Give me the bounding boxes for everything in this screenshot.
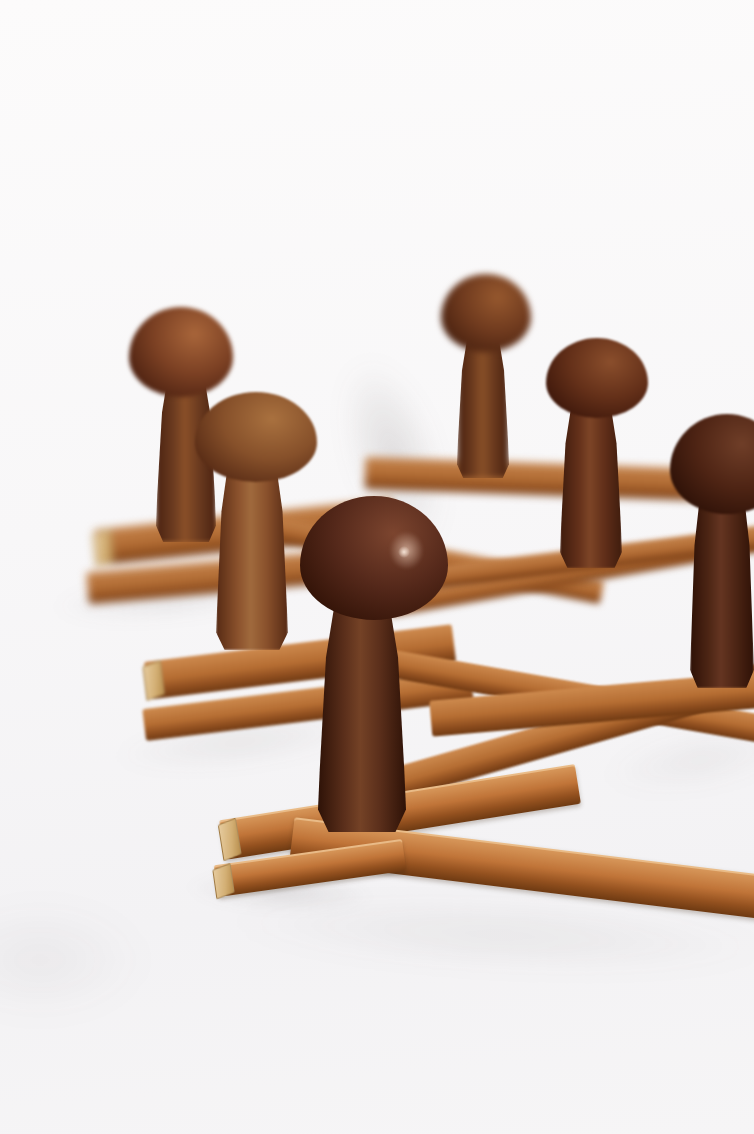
mushroom-peg-mid-left-stem (216, 472, 288, 650)
slat-endgrain (92, 528, 114, 568)
background-shadow (0, 900, 150, 1020)
mushroom-peg-back-left-head (129, 307, 233, 397)
glossy-highlight (389, 531, 425, 571)
slat-endgrain (142, 660, 165, 702)
mushroom-peg-right-stem (560, 408, 622, 568)
mushroom-peg-mid-left-head (195, 392, 317, 482)
mushroom-peg-back-center-stem (457, 340, 509, 478)
slat-endgrain (218, 818, 242, 862)
mushroom-peg-back-center-head (441, 274, 531, 352)
mushroom-peg-foreground-head (300, 496, 448, 620)
mushroom-peg-foreground-stem (318, 608, 406, 832)
slat-endgrain (212, 863, 234, 900)
glossy-highlight-small (398, 546, 410, 558)
mushroom-peg-right-head (546, 338, 648, 418)
mushroom-peg-far-right-stem (690, 505, 754, 688)
photo-stage (0, 0, 754, 1134)
